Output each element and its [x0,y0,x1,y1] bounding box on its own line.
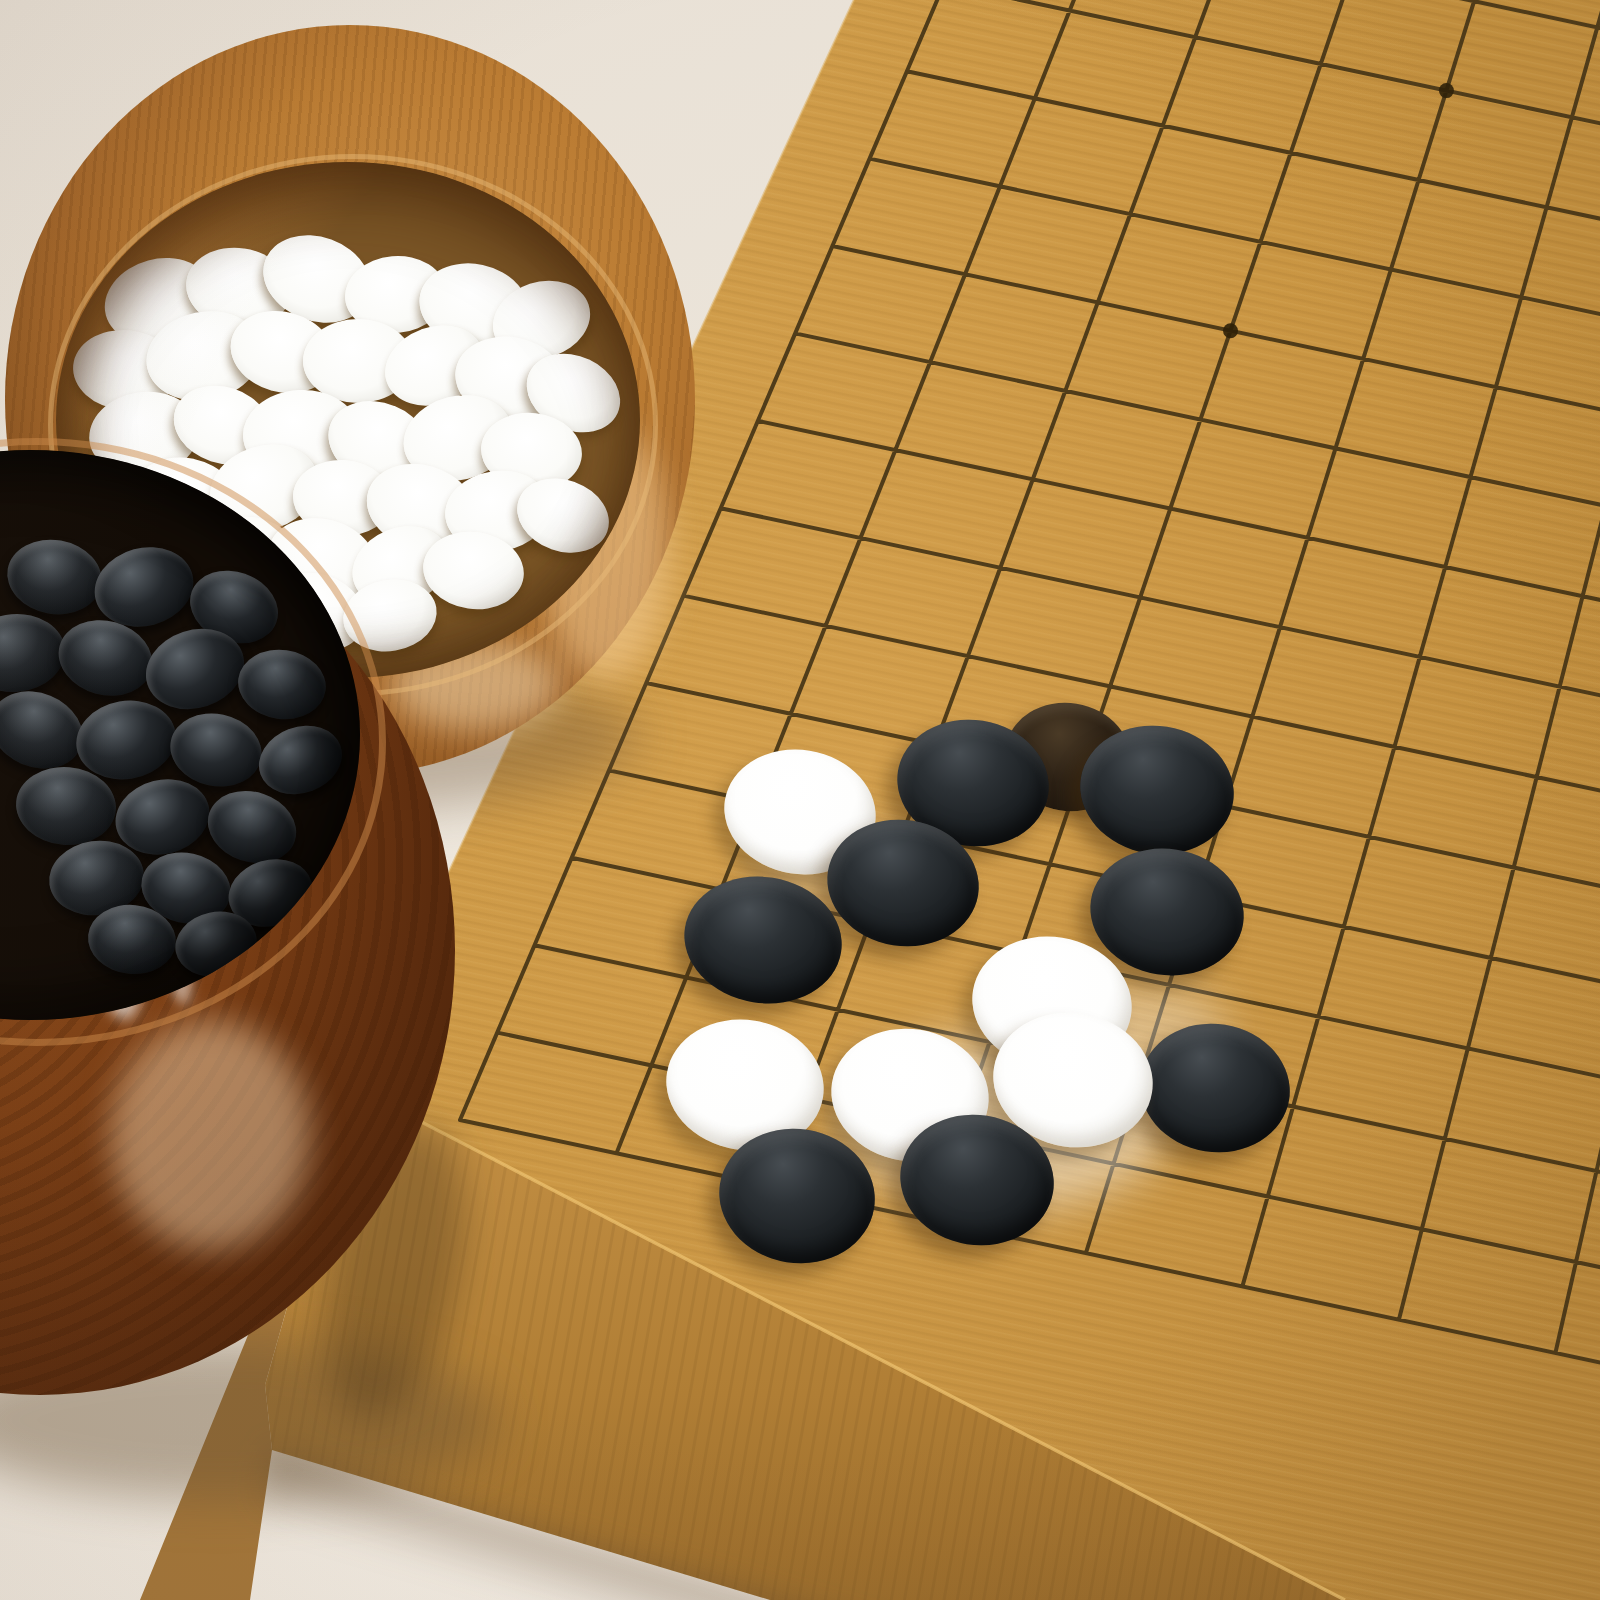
vignette [0,0,1600,1600]
go-set-product-photo [0,0,1600,1600]
